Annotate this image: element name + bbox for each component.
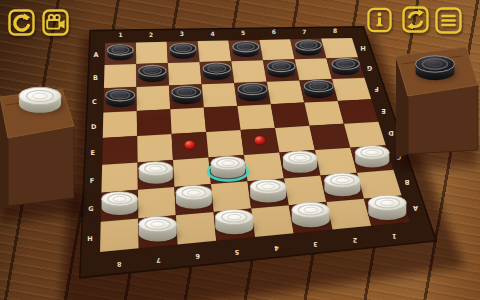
board-label: H	[87, 235, 92, 243]
square-A6[interactable]	[259, 39, 294, 60]
board-label: B	[405, 178, 410, 186]
board-label: E	[91, 149, 95, 157]
square-D8[interactable]	[338, 99, 379, 124]
board-label: 8	[117, 260, 122, 268]
square-D3[interactable]	[170, 108, 206, 134]
piece-white-H4[interactable]	[215, 209, 256, 234]
piece-black-C1[interactable]	[106, 89, 138, 107]
piece-white-G1[interactable]	[102, 192, 141, 215]
piece-white-H8[interactable]	[368, 195, 409, 220]
move-hint-E3[interactable]	[184, 140, 195, 149]
video-camera-icon	[42, 9, 69, 36]
board-label: G	[367, 64, 372, 72]
square-B3[interactable]	[168, 62, 202, 86]
piece-black-B4[interactable]	[203, 63, 233, 80]
restart-button[interactable]	[8, 9, 35, 36]
square-G4[interactable]	[211, 181, 251, 212]
record-video-button[interactable]	[42, 9, 69, 36]
square-D5[interactable]	[237, 104, 275, 130]
piece-white-F4[interactable]	[206, 156, 249, 181]
board-label: 6	[195, 252, 200, 260]
board-label: 1	[118, 31, 122, 38]
square-B7[interactable]	[295, 58, 332, 80]
refresh-icon	[402, 6, 429, 33]
board-label: 4	[210, 30, 214, 37]
board-label: 4	[274, 244, 279, 252]
info-icon	[367, 7, 392, 33]
square-G2[interactable]	[138, 187, 176, 219]
piece-white-F6[interactable]	[283, 151, 320, 173]
board-label: E	[381, 107, 385, 115]
board-label: A	[94, 51, 99, 59]
square-C8[interactable]	[332, 78, 371, 101]
board-label: 2	[353, 236, 358, 244]
board-label: 7	[302, 28, 306, 35]
square-G6[interactable]	[284, 176, 326, 206]
square-G8[interactable]	[357, 170, 402, 199]
square-H7[interactable]	[326, 199, 371, 230]
square-E4[interactable]	[206, 130, 244, 158]
piece-white-F2[interactable]	[139, 162, 176, 184]
piece-black-B8[interactable]	[332, 58, 362, 75]
board-label: 1	[391, 232, 396, 240]
square-F1[interactable]	[101, 162, 137, 192]
square-H1[interactable]	[100, 219, 139, 253]
piece-black-C5[interactable]	[238, 83, 270, 101]
piece-black-A3[interactable]	[170, 43, 199, 59]
left-pedestal	[0, 87, 86, 222]
piece-white-G5[interactable]	[250, 179, 289, 202]
piece-black-B6[interactable]	[268, 61, 298, 78]
board-label: B	[93, 74, 98, 82]
square-H5[interactable]	[251, 205, 294, 237]
board-label: 5	[241, 29, 245, 36]
spare-piece-white	[19, 87, 61, 113]
square-A8[interactable]	[321, 38, 358, 58]
hamburger-menu-icon	[435, 7, 462, 34]
square-E8[interactable]	[344, 122, 386, 148]
square-D1[interactable]	[103, 111, 138, 138]
piece-white-G7[interactable]	[324, 173, 363, 196]
spare-piece-black	[416, 56, 455, 80]
square-D7[interactable]	[304, 101, 344, 126]
square-D6[interactable]	[271, 103, 310, 128]
square-D4[interactable]	[204, 106, 241, 132]
board-label: F	[374, 85, 378, 93]
square-F3[interactable]	[173, 158, 211, 188]
square-B5[interactable]	[231, 60, 266, 83]
square-C4[interactable]	[202, 83, 238, 108]
board-label: C	[92, 98, 97, 106]
piece-black-C3[interactable]	[172, 86, 204, 104]
square-A4[interactable]	[198, 41, 232, 63]
square-F7[interactable]	[315, 148, 357, 176]
square-E1[interactable]	[102, 136, 138, 165]
board-label: 8	[333, 27, 337, 34]
square-A2[interactable]	[136, 42, 168, 64]
board-label: 3	[313, 240, 318, 248]
piece-white-H6[interactable]	[292, 202, 333, 227]
board-label: 3	[180, 30, 184, 37]
board-label: D	[388, 129, 394, 137]
piece-black-C7[interactable]	[304, 80, 336, 98]
square-D2[interactable]	[137, 109, 172, 136]
game-screen: 1234567887654321ABCDEFGHHGFEDCBA	[0, 0, 480, 300]
board-label: D	[91, 123, 97, 131]
board-label: F	[90, 177, 94, 185]
square-E2[interactable]	[137, 134, 173, 162]
piece-white-G3[interactable]	[176, 186, 215, 209]
menu-button[interactable]	[435, 7, 462, 34]
square-C6[interactable]	[267, 80, 305, 104]
move-hint-E5[interactable]	[254, 136, 265, 145]
circular-arrow-icon	[8, 9, 35, 36]
square-E7[interactable]	[310, 124, 351, 150]
board-label: 7	[156, 256, 161, 264]
square-H3[interactable]	[176, 212, 216, 245]
piece-black-B2[interactable]	[139, 65, 169, 82]
piece-white-F8[interactable]	[355, 146, 392, 168]
info-button[interactable]	[367, 7, 392, 33]
board-scene: 1234567887654321ABCDEFGHHGFEDCBA	[0, 0, 480, 300]
square-C2[interactable]	[137, 86, 171, 111]
right-pedestal	[396, 47, 478, 170]
piece-white-H2[interactable]	[139, 217, 180, 242]
board-label: 2	[149, 31, 153, 38]
piece-black-A1[interactable]	[108, 45, 137, 61]
board-label: G	[88, 205, 93, 213]
piece-black-A7[interactable]	[296, 40, 325, 56]
board-label: H	[360, 44, 365, 52]
square-B1[interactable]	[104, 64, 137, 88]
piece-black-A5[interactable]	[233, 42, 262, 58]
square-F5[interactable]	[244, 153, 284, 182]
new-game-button[interactable]	[402, 6, 429, 33]
board-label: A	[413, 204, 418, 212]
board-label: 6	[272, 28, 276, 35]
square-E6[interactable]	[275, 126, 315, 153]
board-label: 5	[234, 248, 239, 256]
